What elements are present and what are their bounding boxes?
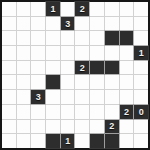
empty-cell-r7c1[interactable]: [17, 105, 31, 119]
empty-cell-r3c0[interactable]: [2, 46, 16, 60]
empty-cell-r6c0[interactable]: [2, 90, 16, 104]
black-cell-r4c7: [105, 61, 119, 75]
empty-cell-r2c5[interactable]: [75, 31, 89, 45]
black-cell-r2c8: [120, 31, 134, 45]
empty-cell-r7c7[interactable]: [105, 105, 119, 119]
akari-board: 1231232021: [0, 0, 150, 150]
empty-cell-r0c8[interactable]: [120, 2, 134, 16]
clue-cell-r4c5: 2: [75, 61, 89, 75]
empty-cell-r7c5[interactable]: [75, 105, 89, 119]
empty-cell-r5c6[interactable]: [90, 75, 104, 89]
empty-cell-r5c4[interactable]: [61, 75, 75, 89]
empty-cell-r6c1[interactable]: [17, 90, 31, 104]
clue-cell-r9c4: 1: [61, 134, 75, 148]
black-cell-r4c6: [90, 61, 104, 75]
empty-cell-r8c8[interactable]: [120, 120, 134, 134]
clue-cell-r8c7: 2: [105, 120, 119, 134]
empty-cell-r8c6[interactable]: [90, 120, 104, 134]
empty-cell-r1c1[interactable]: [17, 17, 31, 31]
clue-cell-r6c2: 3: [31, 90, 45, 104]
empty-cell-r2c9[interactable]: [134, 31, 148, 45]
empty-cell-r6c3[interactable]: [46, 90, 60, 104]
clue-cell-r3c9: 1: [134, 46, 148, 60]
empty-cell-r5c5[interactable]: [75, 75, 89, 89]
empty-cell-r1c9[interactable]: [134, 17, 148, 31]
black-cell-r5c3: [46, 75, 60, 89]
empty-cell-r3c8[interactable]: [120, 46, 134, 60]
empty-cell-r8c3[interactable]: [46, 120, 60, 134]
empty-cell-r1c3[interactable]: [46, 17, 60, 31]
empty-cell-r4c3[interactable]: [46, 61, 60, 75]
empty-cell-r7c4[interactable]: [61, 105, 75, 119]
empty-cell-r0c1[interactable]: [17, 2, 31, 16]
clue-cell-r7c8: 2: [120, 105, 134, 119]
empty-cell-r9c9[interactable]: [134, 134, 148, 148]
empty-cell-r2c2[interactable]: [31, 31, 45, 45]
empty-cell-r6c9[interactable]: [134, 90, 148, 104]
empty-cell-r5c9[interactable]: [134, 75, 148, 89]
empty-cell-r3c1[interactable]: [17, 46, 31, 60]
empty-cell-r5c2[interactable]: [31, 75, 45, 89]
clue-cell-r0c3: 1: [46, 2, 60, 16]
empty-cell-r2c3[interactable]: [46, 31, 60, 45]
empty-cell-r5c8[interactable]: [120, 75, 134, 89]
empty-cell-r1c0[interactable]: [2, 17, 16, 31]
empty-cell-r5c0[interactable]: [2, 75, 16, 89]
empty-cell-r8c9[interactable]: [134, 120, 148, 134]
empty-cell-r5c1[interactable]: [17, 75, 31, 89]
empty-cell-r1c2[interactable]: [31, 17, 45, 31]
empty-cell-r9c8[interactable]: [120, 134, 134, 148]
empty-cell-r6c5[interactable]: [75, 90, 89, 104]
empty-cell-r5c7[interactable]: [105, 75, 119, 89]
empty-cell-r4c0[interactable]: [2, 61, 16, 75]
empty-cell-r1c8[interactable]: [120, 17, 134, 31]
empty-cell-r1c7[interactable]: [105, 17, 119, 31]
empty-cell-r0c0[interactable]: [2, 2, 16, 16]
empty-cell-r4c8[interactable]: [120, 61, 134, 75]
clue-cell-r1c4: 3: [61, 17, 75, 31]
empty-cell-r2c0[interactable]: [2, 31, 16, 45]
empty-cell-r9c1[interactable]: [17, 134, 31, 148]
clue-cell-r0c5: 2: [75, 2, 89, 16]
empty-cell-r6c8[interactable]: [120, 90, 134, 104]
empty-cell-r2c4[interactable]: [61, 31, 75, 45]
empty-cell-r9c0[interactable]: [2, 134, 16, 148]
empty-cell-r2c6[interactable]: [90, 31, 104, 45]
empty-cell-r9c5[interactable]: [75, 134, 89, 148]
black-cell-r9c7: [105, 134, 119, 148]
empty-cell-r3c6[interactable]: [90, 46, 104, 60]
empty-cell-r0c7[interactable]: [105, 2, 119, 16]
black-cell-r9c6: [90, 134, 104, 148]
empty-cell-r3c4[interactable]: [61, 46, 75, 60]
empty-cell-r0c6[interactable]: [90, 2, 104, 16]
empty-cell-r6c7[interactable]: [105, 90, 119, 104]
clue-cell-r7c9: 0: [134, 105, 148, 119]
empty-cell-r8c4[interactable]: [61, 120, 75, 134]
empty-cell-r7c6[interactable]: [90, 105, 104, 119]
empty-cell-r1c6[interactable]: [90, 17, 104, 31]
empty-cell-r3c5[interactable]: [75, 46, 89, 60]
empty-cell-r4c9[interactable]: [134, 61, 148, 75]
empty-cell-r7c0[interactable]: [2, 105, 16, 119]
empty-cell-r0c4[interactable]: [61, 2, 75, 16]
empty-cell-r8c5[interactable]: [75, 120, 89, 134]
empty-cell-r6c4[interactable]: [61, 90, 75, 104]
empty-cell-r8c1[interactable]: [17, 120, 31, 134]
empty-cell-r3c2[interactable]: [31, 46, 45, 60]
empty-cell-r2c1[interactable]: [17, 31, 31, 45]
empty-cell-r4c2[interactable]: [31, 61, 45, 75]
empty-cell-r0c9[interactable]: [134, 2, 148, 16]
empty-cell-r6c6[interactable]: [90, 90, 104, 104]
empty-cell-r4c1[interactable]: [17, 61, 31, 75]
empty-cell-r7c3[interactable]: [46, 105, 60, 119]
empty-cell-r3c3[interactable]: [46, 46, 60, 60]
empty-cell-r4c4[interactable]: [61, 61, 75, 75]
empty-cell-r1c5[interactable]: [75, 17, 89, 31]
black-cell-r2c7: [105, 31, 119, 45]
empty-cell-r7c2[interactable]: [31, 105, 45, 119]
empty-cell-r8c2[interactable]: [31, 120, 45, 134]
empty-cell-r0c2[interactable]: [31, 2, 45, 16]
black-cell-r9c3: [46, 134, 60, 148]
empty-cell-r3c7[interactable]: [105, 46, 119, 60]
empty-cell-r9c2[interactable]: [31, 134, 45, 148]
empty-cell-r8c0[interactable]: [2, 120, 16, 134]
